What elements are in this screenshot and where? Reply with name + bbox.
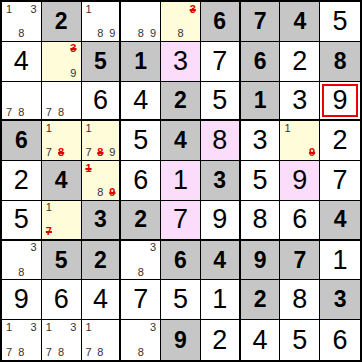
eliminated-candidate-8: 8 [94, 147, 106, 159]
pencil-marks: 38 [162, 3, 199, 40]
cell-r2c7[interactable]: 6 [241, 42, 281, 82]
eliminated-candidate-3: 3 [187, 3, 199, 15]
solved-digit: 1 [320, 241, 360, 280]
solved-digit: 4 [2, 42, 41, 81]
given-digit: 8 [320, 42, 360, 81]
solved-digit: 5 [320, 2, 360, 41]
solved-digit: 4 [121, 82, 160, 120]
cell-r5c2[interactable]: 4 [42, 161, 82, 201]
given-digit: 4 [320, 201, 360, 239]
eliminated-candidate-7: 7 [43, 226, 55, 238]
given-digit: 6 [201, 2, 239, 41]
solved-digit: 2 [320, 121, 360, 160]
cell-r6c4[interactable]: 2 [121, 201, 161, 241]
cell-r3c8[interactable]: 3 [280, 82, 320, 122]
solved-digit: 5 [201, 82, 239, 120]
solved-digit: 9 [2, 280, 41, 319]
candidate-7: 7 [3, 346, 15, 359]
cell-r1c1[interactable]: 138 [2, 2, 42, 42]
given-digit: 5 [42, 241, 81, 280]
cell-r1c6[interactable]: 6 [201, 2, 241, 42]
given-digit: 6 [2, 121, 41, 160]
cell-r4c4[interactable]: 5 [121, 121, 161, 161]
cell-r6c7[interactable]: 8 [241, 201, 281, 241]
given-digit: 4 [280, 2, 319, 41]
cell-r8c1[interactable]: 9 [2, 280, 42, 320]
solved-digit: 5 [161, 280, 200, 319]
cell-r5c3[interactable]: 189 [82, 161, 122, 201]
candidate-3: 3 [147, 321, 159, 334]
candidate-1: 1 [83, 3, 95, 15]
solved-digit: 6 [121, 161, 160, 200]
given-digit: 4 [201, 241, 239, 280]
candidate-1: 1 [83, 122, 95, 134]
candidate-8: 8 [174, 28, 186, 40]
cell-r8c7[interactable]: 2 [241, 280, 281, 320]
cell-r7c5[interactable]: 6 [161, 241, 201, 281]
pencil-marks: 38 [122, 242, 159, 279]
solved-digit: 1 [161, 161, 200, 200]
cell-r4c9[interactable]: 2 [320, 121, 360, 161]
cell-r4c8[interactable]: 19 [280, 121, 320, 161]
solved-digit: 7 [121, 280, 160, 319]
candidate-7: 7 [83, 346, 95, 359]
pencil-marks: 1378 [43, 321, 80, 359]
cell-r9c7[interactable]: 4 [241, 320, 281, 360]
solved-digit: 9 [280, 161, 319, 200]
pencil-marks: 38 [3, 242, 40, 279]
cell-r4c5[interactable]: 4 [161, 121, 201, 161]
candidate-1: 1 [3, 3, 15, 15]
solved-digit: 3 [161, 42, 200, 81]
pencil-marks: 138 [3, 3, 40, 40]
given-digit: 1 [121, 42, 160, 81]
cell-r9c5[interactable]: 9 [161, 320, 201, 360]
cell-r4c3[interactable]: 1789 [82, 121, 122, 161]
solved-digit: 4 [82, 280, 120, 319]
cell-r7c6[interactable]: 4 [201, 241, 241, 281]
candidate-1: 1 [83, 321, 95, 334]
cell-r8c5[interactable]: 5 [161, 280, 201, 320]
cell-r1c3[interactable]: 189 [82, 2, 122, 42]
cell-r9c3[interactable]: 178 [82, 320, 122, 360]
given-digit: 9 [161, 320, 200, 360]
cell-r3c1[interactable]: 78 [2, 82, 42, 122]
candidate-3: 3 [28, 242, 40, 254]
solved-digit: 8 [201, 121, 239, 160]
cell-r1c4[interactable]: 89 [121, 2, 161, 42]
given-digit: 7 [241, 2, 280, 41]
solved-digit: 8 [241, 201, 280, 239]
candidate-8: 8 [94, 187, 106, 199]
cell-r2c8[interactable]: 2 [280, 42, 320, 82]
candidate-3: 3 [28, 3, 40, 15]
cell-r3c4[interactable]: 4 [121, 82, 161, 122]
given-digit: 2 [82, 241, 120, 280]
cell-r9c8[interactable]: 5 [280, 320, 320, 360]
cell-r8c3[interactable]: 4 [82, 280, 122, 320]
solved-digit: 2 [280, 42, 319, 81]
pencil-marks: 189 [83, 3, 119, 40]
cell-r9c1[interactable]: 1378 [2, 320, 42, 360]
cell-r6c2[interactable]: 17 [42, 201, 82, 241]
cell-r8c8[interactable]: 8 [280, 280, 320, 320]
eliminated-candidate-1: 1 [83, 162, 95, 174]
pencil-marks: 178 [43, 122, 80, 159]
pencil-marks: 19 [281, 122, 318, 159]
given-digit: 4 [161, 121, 200, 160]
candidate-1: 1 [3, 321, 15, 334]
given-digit: 2 [161, 82, 200, 120]
cell-r1c2[interactable]: 2 [42, 2, 82, 42]
candidate-8: 8 [55, 346, 67, 359]
cell-r9c2[interactable]: 1378 [42, 320, 82, 360]
cell-r3c6[interactable]: 5 [201, 82, 241, 122]
eliminated-candidate-9: 9 [106, 187, 118, 199]
solved-digit: 9 [201, 201, 239, 239]
solved-digit: 7 [320, 161, 360, 200]
pencil-marks: 78 [3, 83, 40, 119]
cell-r1c8[interactable]: 4 [280, 2, 320, 42]
candidate-7: 7 [43, 106, 55, 118]
cell-r7c8[interactable]: 7 [280, 241, 320, 281]
given-digit: 1 [241, 82, 280, 120]
candidate-8: 8 [135, 28, 147, 40]
given-digit: 3 [201, 161, 239, 200]
candidate-1: 1 [43, 122, 55, 134]
cell-r6c3[interactable]: 3 [82, 201, 122, 241]
solved-digit: 5 [241, 161, 280, 200]
pencil-marks: 1378 [3, 321, 40, 359]
given-digit: 5 [82, 42, 120, 81]
cell-r4c1[interactable]: 6 [2, 121, 42, 161]
solved-digit: 7 [201, 42, 239, 81]
solved-digit: 2 [2, 161, 41, 200]
pencil-marks: 38 [122, 321, 159, 359]
pencil-marks: 17 [43, 202, 80, 238]
solved-digit: 8 [280, 280, 319, 319]
cell-r6c1[interactable]: 5 [2, 201, 42, 241]
cell-r7c3[interactable]: 2 [82, 241, 122, 281]
candidate-1: 1 [43, 202, 55, 214]
given-digit: 2 [241, 280, 280, 319]
cell-r6c6[interactable]: 9 [201, 201, 241, 241]
pencil-marks: 39 [43, 43, 80, 80]
eliminated-candidate-9: 9 [306, 147, 318, 159]
solved-digit: 5 [280, 320, 319, 360]
solved-digit: 3 [280, 82, 319, 120]
candidate-7: 7 [43, 346, 55, 359]
cell-r4c6[interactable]: 8 [201, 121, 241, 161]
candidate-7: 7 [83, 147, 95, 159]
pencil-marks: 189 [83, 162, 119, 199]
solved-digit: 9 [320, 82, 360, 120]
candidate-8: 8 [15, 346, 27, 359]
cell-r5c8[interactable]: 9 [280, 161, 320, 201]
cell-r9c4[interactable]: 38 [121, 320, 161, 360]
cell-r7c9[interactable]: 1 [320, 241, 360, 281]
solved-digit: 7 [161, 201, 200, 239]
cell-r5c5[interactable]: 1 [161, 161, 201, 201]
cell-r8c4[interactable]: 7 [121, 280, 161, 320]
cell-r5c6[interactable]: 3 [201, 161, 241, 201]
given-digit: 2 [42, 2, 81, 41]
given-digit: 3 [82, 201, 120, 239]
cell-r2c9[interactable]: 8 [320, 42, 360, 82]
candidate-8: 8 [94, 346, 106, 359]
cell-r5c9[interactable]: 7 [320, 161, 360, 201]
solved-digit: 6 [320, 320, 360, 360]
candidate-9: 9 [147, 28, 159, 40]
candidate-8: 8 [15, 106, 27, 118]
cell-r4c7[interactable]: 3 [241, 121, 281, 161]
cell-r3c7[interactable]: 1 [241, 82, 281, 122]
cell-r2c3[interactable]: 5 [82, 42, 122, 82]
cell-r1c7[interactable]: 7 [241, 2, 281, 42]
cell-r5c4[interactable]: 6 [121, 161, 161, 201]
cell-r9c9[interactable]: 6 [320, 320, 360, 360]
eliminated-candidate-3: 3 [67, 43, 79, 55]
candidate-3: 3 [28, 321, 40, 334]
cell-r5c7[interactable]: 5 [241, 161, 281, 201]
pencil-marks: 1789 [83, 122, 119, 159]
candidate-8: 8 [15, 266, 27, 278]
cell-r9c6[interactable]: 2 [201, 320, 241, 360]
solved-digit: 3 [241, 121, 280, 160]
cell-r3c2[interactable]: 78 [42, 82, 82, 122]
cell-r8c6[interactable]: 1 [201, 280, 241, 320]
cell-r7c2[interactable]: 5 [42, 241, 82, 281]
cell-r2c5[interactable]: 3 [161, 42, 201, 82]
candidate-7: 7 [43, 147, 55, 159]
cell-r7c7[interactable]: 9 [241, 241, 281, 281]
cell-r3c5[interactable]: 2 [161, 82, 201, 122]
given-digit: 9 [241, 241, 280, 280]
cell-r6c5[interactable]: 7 [161, 201, 201, 241]
cell-r3c9[interactable]: 9 [320, 82, 360, 122]
given-digit: 6 [161, 241, 200, 280]
cell-r6c9[interactable]: 4 [320, 201, 360, 241]
given-digit: 6 [241, 42, 280, 81]
solved-digit: 1 [201, 280, 239, 319]
candidate-3: 3 [147, 242, 159, 254]
candidate-8: 8 [135, 346, 147, 359]
candidate-3: 3 [67, 321, 79, 334]
candidate-1: 1 [281, 122, 293, 134]
cell-r2c1[interactable]: 4 [2, 42, 42, 82]
solved-digit: 5 [121, 121, 160, 160]
cell-r2c2[interactable]: 39 [42, 42, 82, 82]
cell-r7c4[interactable]: 38 [121, 241, 161, 281]
cell-r8c9[interactable]: 3 [320, 280, 360, 320]
cell-r2c4[interactable]: 1 [121, 42, 161, 82]
given-digit: 2 [121, 201, 160, 239]
solved-digit: 4 [241, 320, 280, 360]
candidate-9: 9 [67, 67, 79, 79]
cell-r8c2[interactable]: 6 [42, 280, 82, 320]
given-digit: 3 [320, 280, 360, 319]
cell-r1c5[interactable]: 38 [161, 2, 201, 42]
cell-r1c9[interactable]: 5 [320, 2, 360, 42]
solved-digit: 6 [42, 280, 81, 319]
candidate-7: 7 [3, 106, 15, 118]
given-digit: 4 [42, 161, 81, 200]
candidate-1: 1 [43, 321, 55, 334]
candidate-9: 9 [106, 147, 118, 159]
eliminated-candidate-8: 8 [55, 147, 67, 159]
candidate-9: 9 [106, 28, 118, 40]
cell-r3c3[interactable]: 6 [82, 82, 122, 122]
pencil-marks: 78 [43, 83, 80, 119]
cell-r2c6[interactable]: 7 [201, 42, 241, 82]
solved-digit: 5 [2, 201, 41, 239]
pencil-marks: 89 [122, 3, 159, 40]
cell-r7c1[interactable]: 38 [2, 241, 42, 281]
cell-r4c2[interactable]: 178 [42, 121, 82, 161]
candidate-8: 8 [15, 28, 27, 40]
cell-r5c1[interactable]: 2 [2, 161, 42, 201]
solved-digit: 6 [82, 82, 120, 120]
candidate-8: 8 [55, 106, 67, 118]
given-digit: 7 [280, 241, 319, 280]
sudoku-board: 1382189893867454395137628787864251396178… [0, 0, 362, 362]
cell-r6c8[interactable]: 6 [280, 201, 320, 241]
candidate-8: 8 [135, 266, 147, 278]
candidate-8: 8 [94, 28, 106, 40]
solved-digit: 2 [201, 320, 239, 360]
solved-digit: 6 [280, 201, 319, 239]
pencil-marks: 178 [83, 321, 119, 359]
